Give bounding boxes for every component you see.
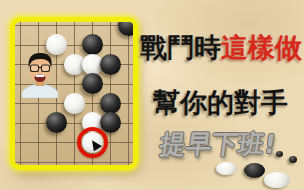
white-stone [82, 132, 103, 153]
table-black-stone [244, 163, 265, 178]
black-stone [82, 34, 103, 55]
grid-line-horizontal [15, 25, 133, 26]
table-white-stone [216, 162, 237, 175]
glasses-right-lens [42, 65, 50, 72]
teeth [36, 75, 45, 77]
grid-line-horizontal [15, 162, 133, 163]
table-black-stone [276, 151, 283, 157]
black-stone [100, 54, 121, 75]
grid-line-horizontal [15, 45, 133, 46]
glasses-left-lens [31, 65, 39, 72]
table-black-stone [289, 156, 297, 163]
thumbnail-stage: 戰鬥時這樣做 幫你的對手 提早下班! [0, 0, 304, 190]
white-stone [64, 93, 85, 114]
headline-line1-red: 這樣做 [221, 32, 302, 63]
black-stone [100, 93, 121, 114]
table-white-stone [264, 172, 290, 188]
shirt [22, 84, 58, 98]
grid-line-vertical [128, 22, 129, 165]
black-stone [46, 112, 67, 133]
headline-line3: 提早下班! [158, 131, 278, 157]
headline-line1-black: 戰鬥時 [140, 32, 221, 63]
grid-line-horizontal [15, 142, 133, 143]
headline-line2: 幫你的對手 [153, 89, 288, 116]
headline-line1: 戰鬥時這樣做 [140, 34, 302, 61]
black-stone [118, 22, 134, 36]
person-photo [21, 52, 59, 98]
red-circle-annotation [77, 127, 108, 158]
black-stone [82, 73, 103, 94]
